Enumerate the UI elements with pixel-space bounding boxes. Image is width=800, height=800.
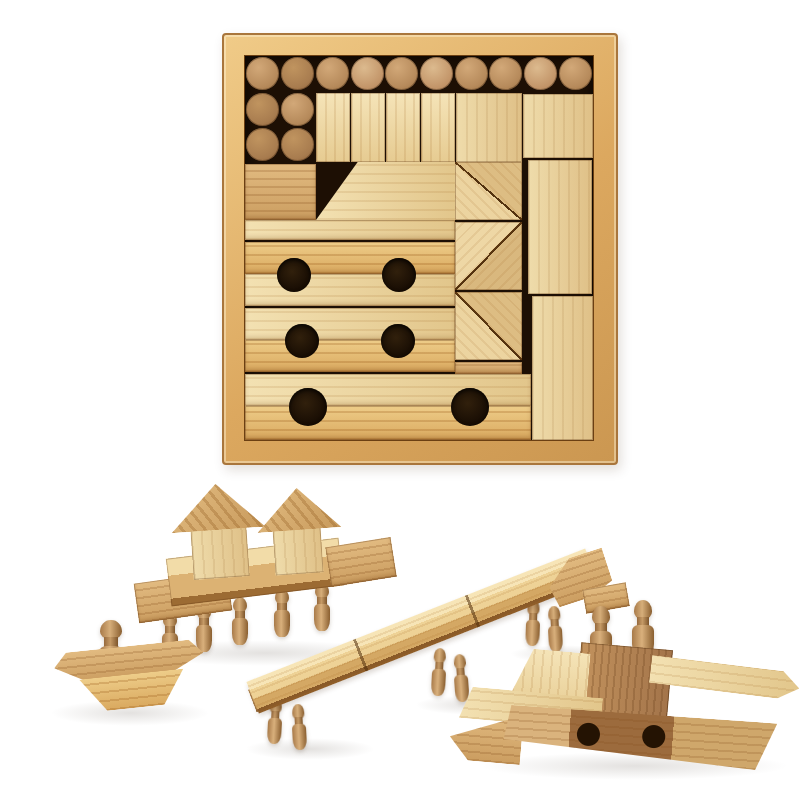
bridge-leg-peg xyxy=(450,653,471,702)
cylinder-block xyxy=(281,57,314,90)
vertical-plank xyxy=(316,93,350,162)
drilled-hole xyxy=(289,388,327,426)
product-photo xyxy=(0,0,800,800)
house-roof xyxy=(255,485,342,533)
cylinder-block xyxy=(524,57,557,90)
peg-base xyxy=(196,625,212,652)
tray-interior xyxy=(244,55,594,441)
triangle-pair-square xyxy=(455,222,522,290)
cylinder-block xyxy=(281,128,314,161)
triangle-pair-square xyxy=(455,292,522,360)
peg-base xyxy=(291,723,307,750)
drilled-hole xyxy=(277,258,311,292)
peg-base xyxy=(314,604,330,631)
peg-base xyxy=(266,717,282,744)
cylinder-block xyxy=(316,57,349,90)
drilled-hole xyxy=(285,324,319,358)
cylinder-block xyxy=(351,57,384,90)
peg-base xyxy=(547,625,563,652)
peg-knob xyxy=(592,606,611,625)
cylinder-block xyxy=(559,57,592,90)
house-body xyxy=(190,524,249,580)
stilt-peg xyxy=(312,583,332,631)
cylinder-block xyxy=(246,93,279,126)
left-plank xyxy=(245,164,316,220)
drilled-hole xyxy=(381,324,415,358)
vertical-plank xyxy=(386,93,420,162)
triangle-pair-square xyxy=(455,162,522,220)
vertical-plank xyxy=(351,93,385,162)
peg-base xyxy=(430,668,446,696)
house-roof xyxy=(169,481,266,533)
stilt-peg xyxy=(230,597,250,645)
peg-base xyxy=(453,674,470,702)
cylinder-block xyxy=(385,57,418,90)
peg-knob xyxy=(100,620,122,639)
peg-knob xyxy=(634,600,653,619)
ship-stern-plank xyxy=(649,655,800,701)
stilt-peg xyxy=(272,589,292,637)
cylinder-block xyxy=(246,57,279,90)
hole-plank xyxy=(245,242,455,274)
bridge-leg-peg xyxy=(429,648,449,697)
vertical-plank xyxy=(421,93,455,162)
thin-plank xyxy=(245,220,455,240)
peg-base xyxy=(232,618,248,645)
cylinder-block xyxy=(420,57,453,90)
wide-vertical-plank xyxy=(456,93,522,162)
tall-right-plank xyxy=(532,296,593,440)
filler-plank xyxy=(455,362,522,374)
drilled-hole xyxy=(451,388,489,426)
cylinder-block xyxy=(281,93,314,126)
drilled-hole xyxy=(382,258,416,292)
cylinder-block xyxy=(489,57,522,90)
corner-square-block xyxy=(523,94,593,158)
bridge-leg-peg xyxy=(545,606,565,653)
hole-plank xyxy=(245,308,455,340)
tall-right-plank xyxy=(528,160,592,294)
cylinder-block xyxy=(246,128,279,161)
cylinder-block xyxy=(455,57,488,90)
bridge-leg-peg xyxy=(289,704,309,751)
hole-plank xyxy=(245,340,455,372)
trapezoid-block xyxy=(316,162,455,220)
house-body xyxy=(272,524,323,575)
peg-base xyxy=(274,610,290,637)
peg-base xyxy=(525,620,541,647)
blocks-tray xyxy=(222,33,618,465)
